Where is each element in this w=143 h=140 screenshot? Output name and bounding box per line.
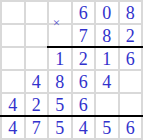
cell-r3c6: 6 <box>120 48 142 69</box>
cell-r6c6: 6 <box>120 117 142 138</box>
cell-r4c3: 8 <box>49 71 71 92</box>
multiplication-sign: × <box>45 13 68 31</box>
cell-r3c2 <box>26 48 48 69</box>
cell-r1c4: 6 <box>73 2 95 23</box>
cell-r5c5 <box>96 94 118 115</box>
cell-r2c1 <box>2 25 24 46</box>
cell-r5c2: 2 <box>26 94 48 115</box>
cell-r3c3: 1 <box>49 48 71 69</box>
cell-r4c2: 4 <box>26 71 48 92</box>
cell-r2c4: 7 <box>73 25 95 46</box>
cell-r6c3: 5 <box>49 117 71 138</box>
cell-r6c5: 5 <box>96 117 118 138</box>
cell-r3c1 <box>2 48 24 69</box>
cell-r2c2 <box>26 25 48 46</box>
cell-r5c1: 4 <box>2 94 24 115</box>
worksheet-grid: 608782121648644256475456 <box>0 0 143 140</box>
cell-r2c5: 8 <box>96 25 118 46</box>
cell-r3c4: 2 <box>73 48 95 69</box>
cell-r1c2 <box>26 2 48 23</box>
product-underline <box>0 115 143 117</box>
cell-r5c4: 6 <box>73 94 95 115</box>
cell-r4c4: 6 <box>73 71 95 92</box>
cell-r5c3: 5 <box>49 94 71 115</box>
cell-r5c6 <box>120 94 142 115</box>
cell-r2c6: 2 <box>120 25 142 46</box>
cell-r6c1: 4 <box>2 117 24 138</box>
cell-r1c5: 0 <box>96 2 118 23</box>
cell-r6c2: 7 <box>26 117 48 138</box>
cell-r6c4: 4 <box>73 117 95 138</box>
long-multiplication-board: 608782121648644256475456 × <box>0 0 143 140</box>
cell-r1c1 <box>2 2 24 23</box>
cell-r1c6: 8 <box>120 2 142 23</box>
multiplier-underline <box>47 46 143 48</box>
cell-r4c1 <box>2 71 24 92</box>
cell-r3c5: 1 <box>96 48 118 69</box>
cell-r4c6 <box>120 71 142 92</box>
cell-r4c5: 4 <box>96 71 118 92</box>
